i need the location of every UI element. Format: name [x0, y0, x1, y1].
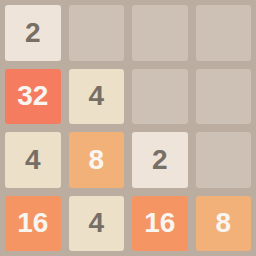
empty-cell-r2c4	[196, 69, 252, 125]
tile-4-r4c2: 4	[69, 196, 125, 252]
tile-32-r2c1: 32	[5, 69, 61, 125]
tile-4-r2c2: 4	[69, 69, 125, 125]
tile-2-r1c1: 2	[5, 5, 61, 61]
tile-16-r4c3: 16	[132, 196, 188, 252]
tile-2-r3c3: 2	[132, 132, 188, 188]
tile-8-r4c4: 8	[196, 196, 252, 252]
empty-cell-r1c2	[69, 5, 125, 61]
empty-cell-r2c3	[132, 69, 188, 125]
tile-8-r3c2: 8	[69, 132, 125, 188]
empty-cell-r1c3	[132, 5, 188, 61]
tile-16-r4c1: 16	[5, 196, 61, 252]
board-2048[interactable]: 2324482164168	[0, 0, 256, 256]
empty-cell-r1c4	[196, 5, 252, 61]
tile-4-r3c1: 4	[5, 132, 61, 188]
empty-cell-r3c4	[196, 132, 252, 188]
